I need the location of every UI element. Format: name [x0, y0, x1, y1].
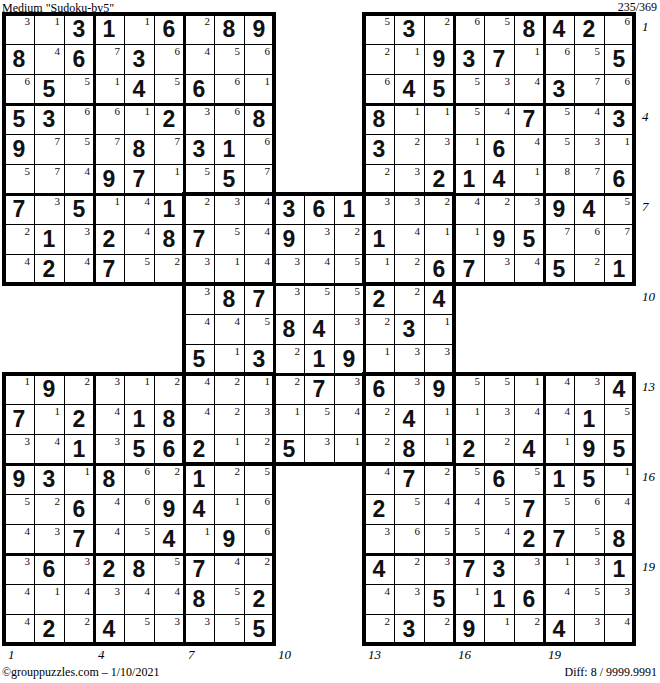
cell-r6c15[interactable]: 2	[424, 164, 454, 194]
cell-r21c6[interactable]: 3	[154, 614, 184, 644]
cell-r19c8[interactable]: 4	[214, 554, 244, 584]
cell-r19c15[interactable]: 3	[424, 554, 454, 584]
cell-r1c7[interactable]: 2	[184, 14, 214, 44]
cell-r18c4[interactable]: 4	[94, 524, 124, 554]
cell-r2c5[interactable]: 3	[124, 44, 154, 74]
cell-r19c3[interactable]: 3	[64, 554, 94, 584]
cell-r10c9[interactable]: 7	[244, 284, 274, 314]
cell-r7c3[interactable]: 5	[64, 194, 94, 224]
cell-r9c9[interactable]: 4	[244, 254, 274, 284]
cell-r7c11[interactable]: 6	[304, 194, 334, 224]
cell-r4c17[interactable]: 4	[484, 104, 514, 134]
cell-r21c8[interactable]: 5	[214, 614, 244, 644]
cell-r5c13[interactable]: 3	[364, 134, 394, 164]
cell-r20c20[interactable]: 5	[574, 584, 604, 614]
cell-r3c9[interactable]: 1	[244, 74, 274, 104]
cell-r6c2[interactable]: 7	[34, 164, 64, 194]
cell-r12c7[interactable]: 5	[184, 344, 214, 374]
cell-r6c21[interactable]: 6	[604, 164, 634, 194]
cell-r21c14[interactable]: 3	[394, 614, 424, 644]
cell-r11c15[interactable]: 1	[424, 314, 454, 344]
cell-r8c16[interactable]: 1	[454, 224, 484, 254]
cell-r1c20[interactable]: 2	[574, 14, 604, 44]
cell-r14c17[interactable]: 3	[484, 404, 514, 434]
cell-r4c20[interactable]: 4	[574, 104, 604, 134]
cell-r18c6[interactable]: 4	[154, 524, 184, 554]
cell-r16c4[interactable]: 8	[94, 464, 124, 494]
cell-r3c6[interactable]: 5	[154, 74, 184, 104]
cell-r1c15[interactable]: 2	[424, 14, 454, 44]
cell-r15c6[interactable]: 6	[154, 434, 184, 464]
cell-r5c19[interactable]: 5	[544, 134, 574, 164]
cell-r9c1[interactable]: 4	[4, 254, 34, 284]
cell-r13c2[interactable]: 9	[34, 374, 64, 404]
cell-r2c7[interactable]: 4	[184, 44, 214, 74]
cell-r3c3[interactable]: 5	[64, 74, 94, 104]
cell-r17c6[interactable]: 9	[154, 494, 184, 524]
cell-r8c2[interactable]: 1	[34, 224, 64, 254]
cell-r4c7[interactable]: 3	[184, 104, 214, 134]
cell-r13c8[interactable]: 2	[214, 374, 244, 404]
cell-r20c5[interactable]: 4	[124, 584, 154, 614]
cell-r15c12[interactable]: 1	[334, 434, 364, 464]
cell-r14c10[interactable]: 1	[274, 404, 304, 434]
cell-r21c4[interactable]: 4	[94, 614, 124, 644]
cell-r20c16[interactable]: 1	[454, 584, 484, 614]
cell-r21c1[interactable]: 4	[4, 614, 34, 644]
cell-r5c6[interactable]: 7	[154, 134, 184, 164]
cell-r3c17[interactable]: 3	[484, 74, 514, 104]
cell-r5c14[interactable]: 2	[394, 134, 424, 164]
cell-r19c7[interactable]: 7	[184, 554, 214, 584]
cell-r10c11[interactable]: 5	[304, 284, 334, 314]
cell-r8c15[interactable]: 1	[424, 224, 454, 254]
cell-r3c13[interactable]: 6	[364, 74, 394, 104]
cell-r18c7[interactable]: 1	[184, 524, 214, 554]
cell-r13c3[interactable]: 2	[64, 374, 94, 404]
cell-r20c13[interactable]: 4	[364, 584, 394, 614]
cell-r15c10[interactable]: 5	[274, 434, 304, 464]
cell-r9c3[interactable]: 4	[64, 254, 94, 284]
cell-r10c12[interactable]: 5	[334, 284, 364, 314]
cell-r12c12[interactable]: 9	[334, 344, 364, 374]
cell-r8c11[interactable]: 3	[304, 224, 334, 254]
cell-r6c7[interactable]: 5	[184, 164, 214, 194]
cell-r1c3[interactable]: 3	[64, 14, 94, 44]
cell-r18c13[interactable]: 3	[364, 524, 394, 554]
cell-r14c8[interactable]: 2	[214, 404, 244, 434]
cell-r7c17[interactable]: 2	[484, 194, 514, 224]
cell-r20c9[interactable]: 2	[244, 584, 274, 614]
cell-r20c8[interactable]: 5	[214, 584, 244, 614]
cell-r9c6[interactable]: 2	[154, 254, 184, 284]
cell-r21c7[interactable]: 3	[184, 614, 214, 644]
cell-r13c16[interactable]: 5	[454, 374, 484, 404]
cell-r14c14[interactable]: 4	[394, 404, 424, 434]
cell-r5c20[interactable]: 3	[574, 134, 604, 164]
cell-r17c17[interactable]: 5	[484, 494, 514, 524]
cell-r7c13[interactable]: 3	[364, 194, 394, 224]
cell-r2c6[interactable]: 6	[154, 44, 184, 74]
cell-r16c21[interactable]: 1	[604, 464, 634, 494]
cell-r15c7[interactable]: 2	[184, 434, 214, 464]
cell-r17c16[interactable]: 4	[454, 494, 484, 524]
cell-r17c19[interactable]: 5	[544, 494, 574, 524]
cell-r15c16[interactable]: 2	[454, 434, 484, 464]
cell-r7c16[interactable]: 4	[454, 194, 484, 224]
cell-r13c12[interactable]: 3	[334, 374, 364, 404]
cell-r4c9[interactable]: 8	[244, 104, 274, 134]
cell-r2c8[interactable]: 5	[214, 44, 244, 74]
cell-r1c4[interactable]: 1	[94, 14, 124, 44]
cell-r7c18[interactable]: 3	[514, 194, 544, 224]
cell-r15c8[interactable]: 1	[214, 434, 244, 464]
cell-r17c14[interactable]: 5	[394, 494, 424, 524]
cell-r19c13[interactable]: 4	[364, 554, 394, 584]
cell-r6c14[interactable]: 3	[394, 164, 424, 194]
cell-r8c12[interactable]: 2	[334, 224, 364, 254]
cell-r18c18[interactable]: 2	[514, 524, 544, 554]
cell-r9c17[interactable]: 3	[484, 254, 514, 284]
cell-r3c20[interactable]: 7	[574, 74, 604, 104]
cell-r17c2[interactable]: 2	[34, 494, 64, 524]
cell-r13c19[interactable]: 4	[544, 374, 574, 404]
cell-r12c11[interactable]: 1	[304, 344, 334, 374]
cell-r15c5[interactable]: 5	[124, 434, 154, 464]
cell-r2c16[interactable]: 3	[454, 44, 484, 74]
cell-r20c4[interactable]: 3	[94, 584, 124, 614]
cell-r9c4[interactable]: 7	[94, 254, 124, 284]
cell-r3c1[interactable]: 6	[4, 74, 34, 104]
cell-r2c4[interactable]: 7	[94, 44, 124, 74]
cell-r4c13[interactable]: 8	[364, 104, 394, 134]
cell-r18c14[interactable]: 6	[394, 524, 424, 554]
cell-r13c14[interactable]: 3	[394, 374, 424, 404]
cell-r6c19[interactable]: 8	[544, 164, 574, 194]
cell-r9c7[interactable]: 3	[184, 254, 214, 284]
cell-r14c1[interactable]: 7	[4, 404, 34, 434]
cell-r16c8[interactable]: 2	[214, 464, 244, 494]
cell-r17c20[interactable]: 6	[574, 494, 604, 524]
cell-r18c3[interactable]: 7	[64, 524, 94, 554]
cell-r18c20[interactable]: 5	[574, 524, 604, 554]
cell-r15c3[interactable]: 1	[64, 434, 94, 464]
cell-r13c15[interactable]: 9	[424, 374, 454, 404]
cell-r10c14[interactable]: 2	[394, 284, 424, 314]
cell-r17c7[interactable]: 4	[184, 494, 214, 524]
cell-r16c16[interactable]: 5	[454, 464, 484, 494]
cell-r11c9[interactable]: 5	[244, 314, 274, 344]
cell-r9c15[interactable]: 6	[424, 254, 454, 284]
cell-r8c3[interactable]: 3	[64, 224, 94, 254]
cell-r15c15[interactable]: 1	[424, 434, 454, 464]
cell-r19c4[interactable]: 2	[94, 554, 124, 584]
cell-r7c10[interactable]: 3	[274, 194, 304, 224]
cell-r7c19[interactable]: 9	[544, 194, 574, 224]
cell-r7c8[interactable]: 3	[214, 194, 244, 224]
cell-r13c4[interactable]: 3	[94, 374, 124, 404]
cell-r13c11[interactable]: 7	[304, 374, 334, 404]
cell-r15c2[interactable]: 4	[34, 434, 64, 464]
cell-r13c1[interactable]: 1	[4, 374, 34, 404]
cell-r2c2[interactable]: 4	[34, 44, 64, 74]
cell-r7c2[interactable]: 3	[34, 194, 64, 224]
cell-r1c21[interactable]: 6	[604, 14, 634, 44]
cell-r20c7[interactable]: 8	[184, 584, 214, 614]
cell-r8c4[interactable]: 2	[94, 224, 124, 254]
cell-r19c1[interactable]: 3	[4, 554, 34, 584]
cell-r1c1[interactable]: 3	[4, 14, 34, 44]
cell-r14c2[interactable]: 1	[34, 404, 64, 434]
cell-r4c18[interactable]: 7	[514, 104, 544, 134]
cell-r17c21[interactable]: 4	[604, 494, 634, 524]
cell-r17c13[interactable]: 2	[364, 494, 394, 524]
cell-r7c20[interactable]: 4	[574, 194, 604, 224]
cell-r9c16[interactable]: 7	[454, 254, 484, 284]
cell-r10c15[interactable]: 4	[424, 284, 454, 314]
cell-r8c7[interactable]: 7	[184, 224, 214, 254]
cell-r16c13[interactable]: 4	[364, 464, 394, 494]
cell-r4c19[interactable]: 5	[544, 104, 574, 134]
cell-r18c17[interactable]: 4	[484, 524, 514, 554]
cell-r4c14[interactable]: 1	[394, 104, 424, 134]
cell-r17c15[interactable]: 4	[424, 494, 454, 524]
cell-r15c18[interactable]: 4	[514, 434, 544, 464]
cell-r14c18[interactable]: 4	[514, 404, 544, 434]
cell-r2c15[interactable]: 9	[424, 44, 454, 74]
cell-r3c2[interactable]: 5	[34, 74, 64, 104]
cell-r11c14[interactable]: 3	[394, 314, 424, 344]
cell-r14c20[interactable]: 1	[574, 404, 604, 434]
cell-r21c17[interactable]: 1	[484, 614, 514, 644]
cell-r1c9[interactable]: 9	[244, 14, 274, 44]
cell-r8c8[interactable]: 5	[214, 224, 244, 254]
cell-r13c6[interactable]: 2	[154, 374, 184, 404]
cell-r16c5[interactable]: 6	[124, 464, 154, 494]
cell-r2c17[interactable]: 7	[484, 44, 514, 74]
cell-r2c1[interactable]: 8	[4, 44, 34, 74]
cell-r19c19[interactable]: 1	[544, 554, 574, 584]
cell-r19c6[interactable]: 5	[154, 554, 184, 584]
cell-r20c15[interactable]: 5	[424, 584, 454, 614]
cell-r13c9[interactable]: 1	[244, 374, 274, 404]
cell-r17c1[interactable]: 5	[4, 494, 34, 524]
cell-r7c21[interactable]: 5	[604, 194, 634, 224]
cell-r3c14[interactable]: 4	[394, 74, 424, 104]
cell-r2c18[interactable]: 1	[514, 44, 544, 74]
cell-r16c14[interactable]: 7	[394, 464, 424, 494]
cell-r14c19[interactable]: 4	[544, 404, 574, 434]
cell-r20c6[interactable]: 4	[154, 584, 184, 614]
cell-r8c18[interactable]: 5	[514, 224, 544, 254]
cell-r6c3[interactable]: 4	[64, 164, 94, 194]
cell-r8c5[interactable]: 4	[124, 224, 154, 254]
cell-r3c8[interactable]: 6	[214, 74, 244, 104]
cell-r8c13[interactable]: 1	[364, 224, 394, 254]
cell-r5c4[interactable]: 7	[94, 134, 124, 164]
cell-r9c11[interactable]: 4	[304, 254, 334, 284]
cell-r15c20[interactable]: 9	[574, 434, 604, 464]
cell-r9c10[interactable]: 3	[274, 254, 304, 284]
cell-r4c6[interactable]: 2	[154, 104, 184, 134]
cell-r13c20[interactable]: 3	[574, 374, 604, 404]
cell-r20c14[interactable]: 3	[394, 584, 424, 614]
cell-r18c16[interactable]: 5	[454, 524, 484, 554]
cell-r19c21[interactable]: 1	[604, 554, 634, 584]
cell-r13c21[interactable]: 4	[604, 374, 634, 404]
cell-r3c15[interactable]: 5	[424, 74, 454, 104]
cell-r8c17[interactable]: 9	[484, 224, 514, 254]
cell-r17c5[interactable]: 6	[124, 494, 154, 524]
cell-r21c3[interactable]: 2	[64, 614, 94, 644]
cell-r14c11[interactable]: 5	[304, 404, 334, 434]
cell-r17c18[interactable]: 7	[514, 494, 544, 524]
cell-r14c12[interactable]: 4	[334, 404, 364, 434]
cell-r21c5[interactable]: 5	[124, 614, 154, 644]
cell-r5c15[interactable]: 3	[424, 134, 454, 164]
cell-r18c1[interactable]: 4	[4, 524, 34, 554]
cell-r20c19[interactable]: 4	[544, 584, 574, 614]
cell-r16c19[interactable]: 1	[544, 464, 574, 494]
cell-r9c21[interactable]: 1	[604, 254, 634, 284]
cell-r8c21[interactable]: 7	[604, 224, 634, 254]
cell-r8c14[interactable]: 4	[394, 224, 424, 254]
cell-r5c18[interactable]: 4	[514, 134, 544, 164]
cell-r12c13[interactable]: 1	[364, 344, 394, 374]
cell-r16c15[interactable]: 2	[424, 464, 454, 494]
cell-r16c18[interactable]: 5	[514, 464, 544, 494]
cell-r13c10[interactable]: 2	[274, 374, 304, 404]
cell-r9c12[interactable]: 5	[334, 254, 364, 284]
cell-r6c5[interactable]: 7	[124, 164, 154, 194]
cell-r2c19[interactable]: 6	[544, 44, 574, 74]
cell-r20c17[interactable]: 1	[484, 584, 514, 614]
cell-r13c17[interactable]: 5	[484, 374, 514, 404]
cell-r11c8[interactable]: 4	[214, 314, 244, 344]
cell-r10c10[interactable]: 3	[274, 284, 304, 314]
cell-r2c3[interactable]: 6	[64, 44, 94, 74]
cell-r9c18[interactable]: 4	[514, 254, 544, 284]
cell-r2c14[interactable]: 1	[394, 44, 424, 74]
cell-r16c6[interactable]: 2	[154, 464, 184, 494]
cell-r8c9[interactable]: 4	[244, 224, 274, 254]
cell-r4c15[interactable]: 1	[424, 104, 454, 134]
cell-r10c13[interactable]: 2	[364, 284, 394, 314]
cell-r19c16[interactable]: 7	[454, 554, 484, 584]
cell-r14c7[interactable]: 4	[184, 404, 214, 434]
cell-r4c8[interactable]: 6	[214, 104, 244, 134]
cell-r11c12[interactable]: 3	[334, 314, 364, 344]
cell-r13c5[interactable]: 1	[124, 374, 154, 404]
cell-r2c20[interactable]: 5	[574, 44, 604, 74]
cell-r21c20[interactable]: 3	[574, 614, 604, 644]
cell-r4c1[interactable]: 5	[4, 104, 34, 134]
cell-r14c4[interactable]: 4	[94, 404, 124, 434]
cell-r18c21[interactable]: 8	[604, 524, 634, 554]
cell-r5c17[interactable]: 6	[484, 134, 514, 164]
cell-r5c1[interactable]: 9	[4, 134, 34, 164]
cell-r16c20[interactable]: 5	[574, 464, 604, 494]
cell-r19c17[interactable]: 3	[484, 554, 514, 584]
cell-r1c16[interactable]: 6	[454, 14, 484, 44]
cell-r7c9[interactable]: 4	[244, 194, 274, 224]
cell-r21c2[interactable]: 2	[34, 614, 64, 644]
cell-r7c1[interactable]: 7	[4, 194, 34, 224]
cell-r5c2[interactable]: 7	[34, 134, 64, 164]
cell-r3c7[interactable]: 6	[184, 74, 214, 104]
cell-r11c10[interactable]: 8	[274, 314, 304, 344]
cell-r1c6[interactable]: 6	[154, 14, 184, 44]
cell-r9c8[interactable]: 1	[214, 254, 244, 284]
cell-r5c8[interactable]: 1	[214, 134, 244, 164]
cell-r13c13[interactable]: 6	[364, 374, 394, 404]
cell-r9c5[interactable]: 5	[124, 254, 154, 284]
cell-r7c5[interactable]: 4	[124, 194, 154, 224]
cell-r7c12[interactable]: 1	[334, 194, 364, 224]
cell-r3c5[interactable]: 4	[124, 74, 154, 104]
cell-r10c8[interactable]: 8	[214, 284, 244, 314]
cell-r1c8[interactable]: 8	[214, 14, 244, 44]
cell-r21c13[interactable]: 2	[364, 614, 394, 644]
cell-r18c8[interactable]: 9	[214, 524, 244, 554]
cell-r4c2[interactable]: 3	[34, 104, 64, 134]
cell-r21c18[interactable]: 2	[514, 614, 544, 644]
cell-r6c6[interactable]: 1	[154, 164, 184, 194]
cell-r19c14[interactable]: 2	[394, 554, 424, 584]
cell-r21c15[interactable]: 2	[424, 614, 454, 644]
cell-r1c17[interactable]: 5	[484, 14, 514, 44]
cell-r5c7[interactable]: 3	[184, 134, 214, 164]
cell-r20c3[interactable]: 4	[64, 584, 94, 614]
cell-r9c19[interactable]: 5	[544, 254, 574, 284]
cell-r15c11[interactable]: 3	[304, 434, 334, 464]
cell-r13c18[interactable]: 1	[514, 374, 544, 404]
cell-r19c2[interactable]: 6	[34, 554, 64, 584]
cell-r21c9[interactable]: 5	[244, 614, 274, 644]
cell-r5c21[interactable]: 1	[604, 134, 634, 164]
cell-r6c17[interactable]: 4	[484, 164, 514, 194]
cell-r6c1[interactable]: 5	[4, 164, 34, 194]
cell-r5c16[interactable]: 1	[454, 134, 484, 164]
cell-r7c4[interactable]: 1	[94, 194, 124, 224]
cell-r18c19[interactable]: 7	[544, 524, 574, 554]
cell-r12c10[interactable]: 2	[274, 344, 304, 374]
cell-r17c8[interactable]: 1	[214, 494, 244, 524]
cell-r2c13[interactable]: 2	[364, 44, 394, 74]
cell-r15c19[interactable]: 1	[544, 434, 574, 464]
cell-r7c6[interactable]: 1	[154, 194, 184, 224]
cell-r12c9[interactable]: 3	[244, 344, 274, 374]
cell-r11c11[interactable]: 4	[304, 314, 334, 344]
cell-r16c3[interactable]: 1	[64, 464, 94, 494]
cell-r5c3[interactable]: 5	[64, 134, 94, 164]
cell-r10c7[interactable]: 3	[184, 284, 214, 314]
cell-r6c9[interactable]: 7	[244, 164, 274, 194]
cell-r9c20[interactable]: 2	[574, 254, 604, 284]
cell-r3c21[interactable]: 6	[604, 74, 634, 104]
cell-r3c16[interactable]: 5	[454, 74, 484, 104]
cell-r6c16[interactable]: 1	[454, 164, 484, 194]
cell-r15c21[interactable]: 5	[604, 434, 634, 464]
cell-r4c21[interactable]: 3	[604, 104, 634, 134]
cell-r17c9[interactable]: 6	[244, 494, 274, 524]
cell-r7c15[interactable]: 2	[424, 194, 454, 224]
cell-r18c5[interactable]: 5	[124, 524, 154, 554]
cell-r1c2[interactable]: 1	[34, 14, 64, 44]
cell-r7c14[interactable]: 3	[394, 194, 424, 224]
cell-r12c8[interactable]: 1	[214, 344, 244, 374]
cell-r16c7[interactable]: 1	[184, 464, 214, 494]
